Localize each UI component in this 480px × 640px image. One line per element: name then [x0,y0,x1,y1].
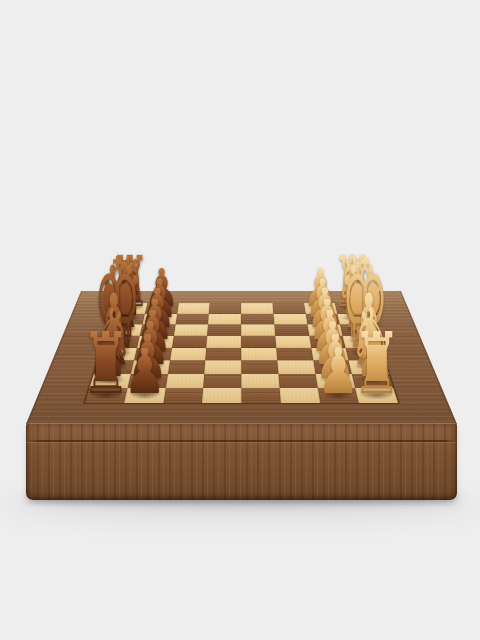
square-d7 [137,336,174,348]
chess-box-front [26,423,457,500]
square-c3 [274,324,309,335]
square-a3 [272,303,305,313]
square-a8 [113,303,147,313]
square-h3 [279,388,319,403]
square-c2 [307,324,343,335]
square-f5 [204,360,241,373]
box-lid-seam [26,440,457,442]
square-c4 [241,324,275,335]
square-d6 [172,336,208,348]
square-e8 [98,348,137,361]
square-e5 [205,348,241,361]
square-b4 [241,314,274,325]
square-g6 [165,374,204,388]
square-e6 [170,348,207,361]
square-e1 [346,348,385,361]
square-g5 [203,374,241,388]
chess-board [26,291,457,424]
square-c6 [173,324,208,335]
square-h2 [317,388,359,403]
square-a1 [335,303,370,313]
square-a7 [145,303,179,313]
square-g1 [352,374,393,388]
square-d1 [343,336,381,348]
square-h6 [163,388,203,403]
square-f3 [277,360,315,373]
square-f1 [349,360,389,373]
square-a4 [241,303,273,313]
square-b3 [273,314,307,325]
square-h5 [202,388,241,403]
square-c5 [207,324,241,335]
product-photo: ♜♟♟♜♞♟♟♞♝♟♟♝♛♟♟♛♚♟♟♚♝♟♟♝♞♟♟♞♜♟♟♜ [0,0,480,640]
square-b1 [337,314,373,325]
square-b2 [305,314,340,325]
square-a2 [304,303,338,313]
square-g2 [315,374,355,388]
square-b7 [142,314,177,325]
square-g4 [241,374,279,388]
square-g8 [89,374,130,388]
frame-miter-corner [26,403,85,424]
board-grid [85,303,399,403]
square-b6 [175,314,209,325]
square-b8 [109,314,144,325]
square-c1 [340,324,377,335]
square-b5 [208,314,241,325]
square-e2 [311,348,349,361]
square-d4 [241,336,276,348]
square-f4 [241,360,278,373]
square-d2 [309,336,346,348]
square-h1 [355,388,398,403]
square-h7 [124,388,166,403]
square-d3 [275,336,311,348]
square-e3 [276,348,313,361]
square-h8 [85,388,128,403]
square-e7 [134,348,172,361]
square-f7 [131,360,170,373]
square-c8 [106,324,143,335]
square-d5 [206,336,241,348]
square-f2 [313,360,352,373]
square-g7 [127,374,167,388]
frame-miter-corner [76,291,120,303]
square-g3 [278,374,317,388]
square-e4 [241,348,277,361]
square-c7 [140,324,176,335]
square-a6 [177,303,210,313]
square-a5 [209,303,241,313]
square-d8 [102,336,140,348]
square-f6 [168,360,206,373]
frame-miter-corner [362,291,406,303]
frame-miter-corner [398,403,457,424]
square-f8 [94,360,134,373]
square-h4 [241,388,280,403]
